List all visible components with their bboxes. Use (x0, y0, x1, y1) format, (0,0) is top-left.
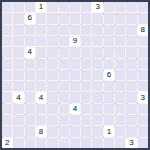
cell-r0c10[interactable] (115, 2, 125, 12)
cell-r2c4[interactable] (47, 25, 57, 35)
cell-r1c8[interactable] (92, 13, 102, 23)
cell-r9c2[interactable] (25, 104, 35, 114)
cell-r9c5[interactable] (59, 104, 69, 114)
cell-r4c9[interactable] (104, 47, 114, 57)
cell-r2c2[interactable] (25, 25, 35, 35)
cell-r0c0[interactable] (2, 2, 12, 12)
cell-r0c9[interactable] (104, 2, 114, 12)
cell-r4c7[interactable] (81, 47, 91, 57)
cell-r12c6[interactable] (70, 138, 80, 148)
cell-r10c2[interactable] (25, 115, 35, 125)
cell-r10c6[interactable] (70, 115, 80, 125)
cell-r7c3[interactable] (36, 81, 46, 91)
cell-r6c6[interactable] (70, 70, 80, 80)
cell-r0c1[interactable] (13, 2, 23, 12)
cell-r7c10[interactable] (115, 81, 125, 91)
cell-r1c10[interactable] (115, 13, 125, 23)
cell-r4c4[interactable] (47, 47, 57, 57)
cell-r6c12[interactable] (138, 70, 148, 80)
cell-r12c1[interactable] (13, 138, 23, 148)
cell-r12c12[interactable] (138, 138, 148, 148)
clue-cell-r0c8: 3 (92, 2, 102, 12)
cell-r5c9[interactable] (104, 59, 114, 69)
cell-r0c12[interactable] (138, 2, 148, 12)
cell-r1c11[interactable] (126, 13, 136, 23)
cell-r5c3[interactable] (36, 59, 46, 69)
cell-r12c10[interactable] (115, 138, 125, 148)
cell-r12c3[interactable] (36, 138, 46, 148)
cell-r3c2[interactable] (25, 36, 35, 46)
cell-r11c12[interactable] (138, 126, 148, 136)
cell-r8c11[interactable] (126, 92, 136, 102)
cell-r7c5[interactable] (59, 81, 69, 91)
cell-r1c5[interactable] (59, 13, 69, 23)
cell-r12c9[interactable] (104, 138, 114, 148)
cell-r7c4[interactable] (47, 81, 57, 91)
cell-r12c2[interactable] (25, 138, 35, 148)
cell-r11c7[interactable] (81, 126, 91, 136)
cell-r5c10[interactable] (115, 59, 125, 69)
cell-r1c0[interactable] (2, 13, 12, 23)
cell-r9c9[interactable] (104, 104, 114, 114)
cell-r11c0[interactable] (2, 126, 12, 136)
cell-r2c6[interactable] (70, 25, 80, 35)
cell-r9c11[interactable] (126, 104, 136, 114)
cell-r9c3[interactable] (36, 104, 46, 114)
cell-r9c1[interactable] (13, 104, 23, 114)
clue-cell-r11c9: 1 (104, 126, 114, 136)
cell-r5c0[interactable] (2, 59, 12, 69)
cell-r8c2[interactable] (25, 92, 35, 102)
cell-r2c7[interactable] (81, 25, 91, 35)
cell-r12c7[interactable] (81, 138, 91, 148)
cell-r2c1[interactable] (13, 25, 23, 35)
cell-r9c10[interactable] (115, 104, 125, 114)
cell-r10c9[interactable] (104, 115, 114, 125)
cell-r3c0[interactable] (2, 36, 12, 46)
clue-cell-r3c6: 9 (70, 36, 80, 46)
cell-r1c9[interactable] (104, 13, 114, 23)
cell-r7c7[interactable] (81, 81, 91, 91)
cell-r5c7[interactable] (81, 59, 91, 69)
cell-r7c11[interactable] (126, 81, 136, 91)
cell-r6c7[interactable] (81, 70, 91, 80)
cell-r5c5[interactable] (59, 59, 69, 69)
cell-r1c12[interactable] (138, 13, 148, 23)
cell-r4c6[interactable] (70, 47, 80, 57)
cell-r7c9[interactable] (104, 81, 114, 91)
cell-r10c1[interactable] (13, 115, 23, 125)
cell-r5c11[interactable] (126, 59, 136, 69)
cell-r3c7[interactable] (81, 36, 91, 46)
cell-r12c5[interactable] (59, 138, 69, 148)
cell-r10c12[interactable] (138, 115, 148, 125)
cell-r8c4[interactable] (47, 92, 57, 102)
cell-r3c1[interactable] (13, 36, 23, 46)
clue-cell-r0c3: 1 (36, 2, 46, 12)
cell-r8c6[interactable] (70, 92, 80, 102)
cell-r3c8[interactable] (92, 36, 102, 46)
cell-r2c11[interactable] (126, 25, 136, 35)
nurikabe-board: 136894644348123 (0, 0, 150, 150)
cell-r0c11[interactable] (126, 2, 136, 12)
cell-r4c3[interactable] (36, 47, 46, 57)
cell-r6c8[interactable] (92, 70, 102, 80)
cell-r3c10[interactable] (115, 36, 125, 46)
clue-cell-r12c11: 3 (126, 138, 136, 148)
cell-r9c4[interactable] (47, 104, 57, 114)
cell-r11c6[interactable] (70, 126, 80, 136)
cell-r3c5[interactable] (59, 36, 69, 46)
cell-r6c1[interactable] (13, 70, 23, 80)
cell-r0c4[interactable] (47, 2, 57, 12)
cell-r8c0[interactable] (2, 92, 12, 102)
cell-r2c0[interactable] (2, 25, 12, 35)
cell-r4c0[interactable] (2, 47, 12, 57)
clue-cell-r11c3: 8 (36, 126, 46, 136)
cell-r3c9[interactable] (104, 36, 114, 46)
cell-r9c7[interactable] (81, 104, 91, 114)
cell-r1c1[interactable] (13, 13, 23, 23)
cell-r10c8[interactable] (92, 115, 102, 125)
cell-r5c8[interactable] (92, 59, 102, 69)
cell-r10c10[interactable] (115, 115, 125, 125)
cell-r12c4[interactable] (47, 138, 57, 148)
cell-r10c4[interactable] (47, 115, 57, 125)
cell-r10c7[interactable] (81, 115, 91, 125)
cell-r0c6[interactable] (70, 2, 80, 12)
cell-r7c6[interactable] (70, 81, 80, 91)
cell-r9c0[interactable] (2, 104, 12, 114)
cell-r6c5[interactable] (59, 70, 69, 80)
cell-r3c3[interactable] (36, 36, 46, 46)
cell-r11c8[interactable] (92, 126, 102, 136)
cell-r6c0[interactable] (2, 70, 12, 80)
cell-r3c11[interactable] (126, 36, 136, 46)
cell-r11c11[interactable] (126, 126, 136, 136)
cell-r8c9[interactable] (104, 92, 114, 102)
cell-r5c4[interactable] (47, 59, 57, 69)
cell-r2c10[interactable] (115, 25, 125, 35)
cell-r12c8[interactable] (92, 138, 102, 148)
cell-r8c5[interactable] (59, 92, 69, 102)
clue-cell-r12c0: 2 (2, 138, 12, 148)
cell-r7c2[interactable] (25, 81, 35, 91)
clue-cell-r8c1: 4 (13, 92, 23, 102)
cell-r1c3[interactable] (36, 13, 46, 23)
cell-r6c10[interactable] (115, 70, 125, 80)
puzzle-grid: 136894644348123 (2, 2, 148, 148)
clue-cell-r1c2: 6 (25, 13, 35, 23)
cell-r4c10[interactable] (115, 47, 125, 57)
cell-r5c12[interactable] (138, 59, 148, 69)
cell-r6c11[interactable] (126, 70, 136, 80)
cell-r5c2[interactable] (25, 59, 35, 69)
cell-r6c2[interactable] (25, 70, 35, 80)
cell-r11c2[interactable] (25, 126, 35, 136)
cell-r8c7[interactable] (81, 92, 91, 102)
cell-r1c7[interactable] (81, 13, 91, 23)
cell-r0c5[interactable] (59, 2, 69, 12)
cell-r11c10[interactable] (115, 126, 125, 136)
cell-r9c12[interactable] (138, 104, 148, 114)
cell-r6c4[interactable] (47, 70, 57, 80)
cell-r1c4[interactable] (47, 13, 57, 23)
cell-r10c5[interactable] (59, 115, 69, 125)
cell-r2c5[interactable] (59, 25, 69, 35)
cell-r3c4[interactable] (47, 36, 57, 46)
clue-cell-r6c9: 6 (104, 70, 114, 80)
cell-r10c3[interactable] (36, 115, 46, 125)
cell-r2c3[interactable] (36, 25, 46, 35)
cell-r11c4[interactable] (47, 126, 57, 136)
cell-r11c1[interactable] (13, 126, 23, 136)
cell-r4c8[interactable] (92, 47, 102, 57)
cell-r9c8[interactable] (92, 104, 102, 114)
clue-cell-r8c3: 4 (36, 92, 46, 102)
clue-cell-r4c2: 4 (25, 47, 35, 57)
clue-cell-r8c12: 3 (138, 92, 148, 102)
cell-r0c2[interactable] (25, 2, 35, 12)
cell-r2c8[interactable] (92, 25, 102, 35)
cell-r0c7[interactable] (81, 2, 91, 12)
cell-r10c0[interactable] (2, 115, 12, 125)
cell-r5c6[interactable] (70, 59, 80, 69)
cell-r7c0[interactable] (2, 81, 12, 91)
cell-r2c9[interactable] (104, 25, 114, 35)
clue-cell-r9c6: 4 (70, 104, 80, 114)
cell-r4c5[interactable] (59, 47, 69, 57)
cell-r5c1[interactable] (13, 59, 23, 69)
cell-r4c12[interactable] (138, 47, 148, 57)
cell-r4c11[interactable] (126, 47, 136, 57)
cell-r10c11[interactable] (126, 115, 136, 125)
cell-r7c12[interactable] (138, 81, 148, 91)
cell-r7c1[interactable] (13, 81, 23, 91)
cell-r11c5[interactable] (59, 126, 69, 136)
clue-cell-r2c12: 8 (138, 25, 148, 35)
cell-r4c1[interactable] (13, 47, 23, 57)
cell-r8c10[interactable] (115, 92, 125, 102)
cell-r6c3[interactable] (36, 70, 46, 80)
cell-r7c8[interactable] (92, 81, 102, 91)
cell-r1c6[interactable] (70, 13, 80, 23)
cell-r8c8[interactable] (92, 92, 102, 102)
cell-r3c12[interactable] (138, 36, 148, 46)
